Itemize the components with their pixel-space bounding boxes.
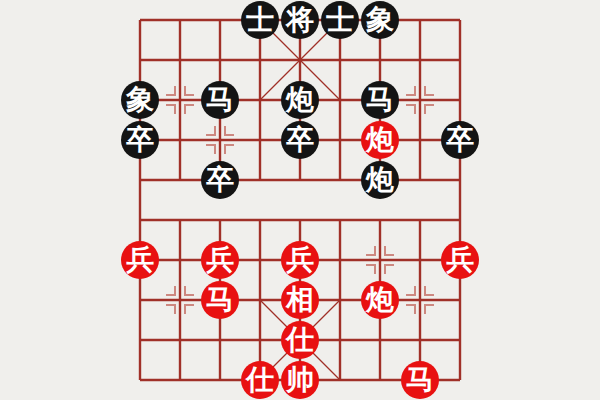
piece-black-general[interactable]: 将	[281, 1, 319, 39]
pieces-layer: 士将士象象马炮马卒卒炮卒卒炮兵兵兵兵马相炮仕仕帅马	[0, 0, 600, 400]
piece-black-horse[interactable]: 马	[361, 81, 399, 119]
xiangqi-board: 士将士象象马炮马卒卒炮卒卒炮兵兵兵兵马相炮仕仕帅马	[0, 0, 600, 400]
piece-red-pawn[interactable]: 兵	[121, 241, 159, 279]
piece-red-elephant[interactable]: 相	[281, 281, 319, 319]
piece-red-pawn[interactable]: 兵	[201, 241, 239, 279]
piece-red-horse[interactable]: 马	[201, 281, 239, 319]
piece-red-cannon[interactable]: 炮	[361, 121, 399, 159]
piece-red-advisor[interactable]: 仕	[281, 321, 319, 359]
piece-black-soldier[interactable]: 卒	[121, 121, 159, 159]
piece-black-cannon[interactable]: 炮	[281, 81, 319, 119]
piece-black-soldier[interactable]: 卒	[281, 121, 319, 159]
piece-black-advisor[interactable]: 士	[321, 1, 359, 39]
piece-black-horse[interactable]: 马	[201, 81, 239, 119]
piece-black-advisor[interactable]: 士	[241, 1, 279, 39]
piece-black-soldier[interactable]: 卒	[441, 121, 479, 159]
piece-red-pawn[interactable]: 兵	[281, 241, 319, 279]
piece-red-cannon[interactable]: 炮	[361, 281, 399, 319]
piece-red-pawn[interactable]: 兵	[441, 241, 479, 279]
piece-red-horse[interactable]: 马	[401, 361, 439, 399]
piece-black-cannon[interactable]: 炮	[361, 161, 399, 199]
piece-red-general[interactable]: 帅	[281, 361, 319, 399]
piece-red-advisor[interactable]: 仕	[241, 361, 279, 399]
piece-black-soldier[interactable]: 卒	[201, 161, 239, 199]
piece-black-elephant[interactable]: 象	[121, 81, 159, 119]
piece-black-elephant[interactable]: 象	[361, 1, 399, 39]
